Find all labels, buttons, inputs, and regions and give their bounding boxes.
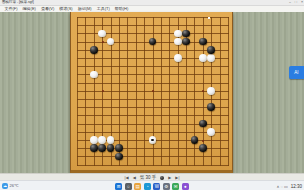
tray-status-icons: ∧ ◌ ▭ [276, 184, 287, 189]
white-stone [98, 30, 106, 38]
grid-vline [161, 17, 162, 166]
black-stone [199, 38, 207, 46]
clock: 12:30 [291, 184, 302, 189]
app-window: 围棋打谱 - [棋谱.sgf] – □ × 文件(F)编辑(E)查看(V)棋谱(… [0, 0, 304, 190]
grid-vline [169, 17, 170, 166]
maximize-button[interactable]: □ [295, 0, 297, 5]
white-stone [90, 136, 98, 144]
minimize-button[interactable]: – [289, 0, 291, 5]
black-stone [98, 144, 106, 152]
close-button[interactable]: × [301, 0, 303, 5]
black-stone [199, 120, 207, 128]
grid-hline [77, 165, 229, 166]
weather-widget[interactable]: ☁ 26℃ [2, 183, 18, 189]
white-stone [107, 38, 115, 46]
black-stone [90, 144, 98, 152]
grid-hline [77, 115, 229, 116]
white-stone [207, 87, 215, 95]
white-stone [174, 38, 182, 46]
grid-vline [228, 17, 229, 166]
white-stone [207, 128, 215, 136]
black-stone [207, 103, 215, 111]
side-button-label: AI [294, 70, 298, 75]
star-point [102, 90, 104, 92]
white-stone [207, 54, 215, 62]
grid-hline [77, 156, 229, 157]
grid-hline [77, 99, 229, 100]
black-stone [191, 136, 199, 144]
window-title: 围棋打谱 - [棋谱.sgf] [2, 0, 34, 5]
taskbar-icon-browser[interactable]: ◔ [144, 183, 151, 190]
table-background [0, 12, 304, 173]
last-move-marker [151, 139, 153, 141]
window-controls: – □ × [289, 0, 303, 5]
white-stone [90, 71, 98, 79]
taskbar-icon-start[interactable]: ⊞ [115, 183, 122, 190]
turn-indicator-black-stone-icon [160, 176, 164, 180]
grid-vline [220, 17, 221, 166]
black-stone [115, 144, 123, 152]
white-stone [98, 136, 106, 144]
black-stone [182, 38, 190, 46]
taskbar-icon-settings[interactable]: ⚙ [163, 183, 170, 190]
white-stone [107, 136, 115, 144]
taskbar-icons: ⊞○▤◔W⚙✉● [0, 183, 304, 190]
black-stone [199, 144, 207, 152]
weather-text: 26℃ [10, 183, 19, 188]
weather-icon: ☁ [2, 183, 8, 189]
star-point [102, 41, 104, 43]
white-stone [174, 54, 182, 62]
star-point [152, 90, 154, 92]
black-stone [90, 46, 98, 54]
side-floating-button[interactable]: AI [289, 66, 304, 79]
taskbar-icon-docs[interactable]: W [153, 183, 160, 190]
grid-hline [77, 107, 229, 108]
black-stone [207, 46, 215, 54]
taskbar-icon-go-app[interactable]: ● [182, 183, 189, 190]
taskbar-icon-chat[interactable]: ✉ [172, 183, 179, 190]
black-stone [149, 38, 157, 46]
black-stone [115, 153, 123, 161]
taskbar-icon-search[interactable]: ○ [125, 183, 132, 190]
system-tray[interactable]: ∧ ◌ ▭ 12:30 [276, 181, 302, 190]
taskbar: ☁ 26℃ ⊞○▤◔W⚙✉● ∧ ◌ ▭ 12:30 [0, 180, 304, 190]
white-stone [199, 54, 207, 62]
mouse-cursor [208, 17, 210, 19]
black-stone [107, 144, 115, 152]
white-stone [174, 30, 182, 38]
go-board[interactable] [70, 12, 233, 173]
grid-hline [77, 132, 229, 133]
taskbar-icon-explorer[interactable]: ▤ [134, 183, 141, 190]
black-stone [182, 30, 190, 38]
